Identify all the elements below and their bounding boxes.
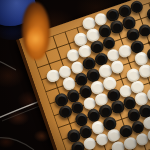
photo-frame: ●●●●●●●●●●●●●●●●●●●●●●●●●●●●●●●●●●●●●●●●…	[0, 0, 150, 150]
stone-black[interactable]: ●	[145, 7, 150, 23]
amber-glass-highlight	[27, 27, 44, 51]
